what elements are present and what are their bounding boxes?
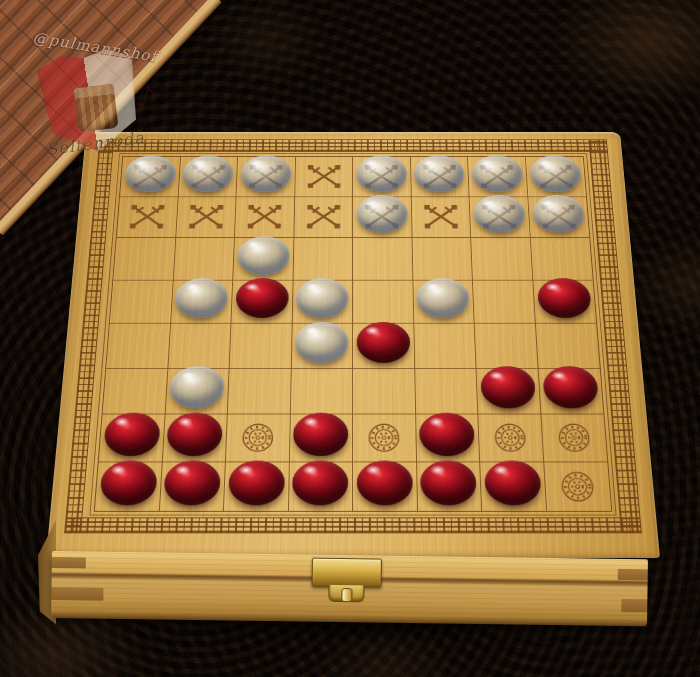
board-cell[interactable]: [473, 280, 536, 323]
board-cell[interactable]: [292, 280, 353, 323]
red-glass-stone[interactable]: [419, 412, 475, 455]
crossed-swords-engraving: [295, 157, 352, 196]
crossed-swords-engraving: [235, 197, 294, 237]
board-cell[interactable]: [95, 462, 162, 511]
board-cell[interactable]: [165, 368, 229, 414]
game-box-lid: [46, 132, 660, 558]
board-cell[interactable]: [290, 368, 353, 414]
latch-knob: [341, 588, 352, 602]
board-cell[interactable]: [470, 197, 531, 238]
board-cell[interactable]: [102, 368, 167, 414]
red-glass-stone[interactable]: [293, 412, 348, 455]
shield-medallion-engraving: [353, 414, 416, 461]
board-cell[interactable]: [168, 324, 231, 369]
board-cell[interactable]: [416, 414, 481, 461]
board-cell[interactable]: [544, 462, 611, 511]
clear-glass-stone[interactable]: [174, 278, 228, 318]
red-glass-stone[interactable]: [357, 460, 413, 505]
board-cell[interactable]: [353, 238, 413, 280]
red-glass-stone[interactable]: [356, 322, 410, 363]
board-cell[interactable]: [468, 157, 528, 197]
board-cell[interactable]: [288, 462, 353, 511]
finger-joint: [52, 557, 86, 568]
board-cell[interactable]: [353, 197, 412, 238]
finger-joint: [51, 587, 103, 601]
clear-glass-stone[interactable]: [414, 155, 465, 191]
board-cell[interactable]: [480, 462, 547, 511]
clear-glass-stone[interactable]: [295, 322, 349, 363]
board-cell[interactable]: [541, 414, 607, 461]
board-cell[interactable]: [236, 157, 295, 197]
clear-glass-stone[interactable]: [169, 366, 225, 408]
board-cell[interactable]: [178, 157, 238, 197]
meander-border-top: [98, 139, 608, 151]
clear-glass-stone[interactable]: [471, 155, 523, 191]
board-cell[interactable]: [295, 157, 353, 197]
photo-scene: @pulmannshof ♪ Seltenroda: [0, 0, 700, 677]
latch-plate: [312, 558, 382, 588]
board-cell[interactable]: [289, 414, 353, 461]
board-cell[interactable]: [530, 238, 592, 280]
clear-glass-stone[interactable]: [356, 195, 407, 233]
meander-border-bottom: [64, 517, 642, 533]
clear-glass-stone[interactable]: [296, 278, 349, 318]
board-cell[interactable]: [120, 157, 181, 197]
board-cell[interactable]: [173, 238, 235, 280]
board-cell[interactable]: [171, 280, 234, 323]
board-cell[interactable]: [228, 368, 292, 414]
shield-medallion-engraving: [541, 414, 607, 461]
board-cell[interactable]: [176, 197, 237, 238]
board-cell[interactable]: [353, 280, 414, 323]
red-glass-stone[interactable]: [292, 460, 348, 505]
board-cell[interactable]: [471, 238, 533, 280]
board-cell[interactable]: [162, 414, 227, 461]
board-cell[interactable]: [353, 157, 411, 197]
clear-glass-stone[interactable]: [473, 195, 526, 233]
board-cell[interactable]: [230, 324, 293, 369]
board-cell[interactable]: [106, 324, 170, 369]
board-cell[interactable]: [417, 462, 483, 511]
board-grid[interactable]: [94, 156, 613, 512]
board-cell[interactable]: [294, 197, 353, 238]
board-cell[interactable]: [231, 280, 293, 323]
board-cell[interactable]: [293, 238, 353, 280]
red-glass-stone[interactable]: [542, 366, 599, 408]
board-cell[interactable]: [538, 368, 603, 414]
crossed-swords-engraving: [294, 197, 352, 237]
board-cell[interactable]: [291, 324, 353, 369]
brass-latch: [309, 558, 384, 607]
clear-glass-stone[interactable]: [356, 155, 407, 191]
board-cell[interactable]: [99, 414, 165, 461]
board-cell[interactable]: [233, 238, 294, 280]
red-glass-stone[interactable]: [235, 278, 289, 318]
board-cell[interactable]: [410, 157, 469, 197]
finger-joint: [618, 569, 648, 580]
board-cell[interactable]: [412, 238, 473, 280]
board-cell[interactable]: [535, 324, 599, 369]
board-cell[interactable]: [533, 280, 596, 323]
board-cell[interactable]: [117, 197, 179, 238]
board-cell[interactable]: [525, 157, 586, 197]
board-cell[interactable]: [476, 368, 540, 414]
board-cell[interactable]: [411, 197, 471, 238]
board-cell[interactable]: [110, 280, 173, 323]
board-cell[interactable]: [159, 462, 226, 511]
box-front-face: [51, 551, 648, 626]
finger-joint: [621, 599, 647, 612]
board-cell[interactable]: [353, 324, 415, 369]
shield-medallion-engraving: [478, 414, 542, 461]
board-cell[interactable]: [528, 197, 590, 238]
board-cell[interactable]: [235, 197, 295, 238]
board-cell[interactable]: [414, 324, 477, 369]
clear-glass-stone[interactable]: [237, 236, 290, 275]
board-cell[interactable]: [353, 414, 417, 461]
board-cell[interactable]: [224, 462, 290, 511]
clear-glass-stone[interactable]: [416, 278, 470, 318]
board-cell[interactable]: [475, 324, 538, 369]
crossed-swords-engraving: [117, 197, 178, 237]
board-cell[interactable]: [113, 238, 175, 280]
board-cell[interactable]: [413, 280, 475, 323]
board-cell[interactable]: [415, 368, 479, 414]
red-glass-stone[interactable]: [420, 460, 477, 505]
board-cell[interactable]: [226, 414, 291, 461]
red-glass-stone[interactable]: [537, 278, 592, 318]
crossed-swords-engraving: [176, 197, 236, 237]
red-glass-stone[interactable]: [480, 366, 536, 408]
board-cell[interactable]: [353, 368, 416, 414]
board-cell[interactable]: [353, 462, 418, 511]
shield-medallion-engraving: [226, 414, 290, 461]
crossed-swords-engraving: [411, 197, 470, 237]
board-cell[interactable]: [478, 414, 543, 461]
shield-medallion-engraving: [544, 462, 611, 511]
